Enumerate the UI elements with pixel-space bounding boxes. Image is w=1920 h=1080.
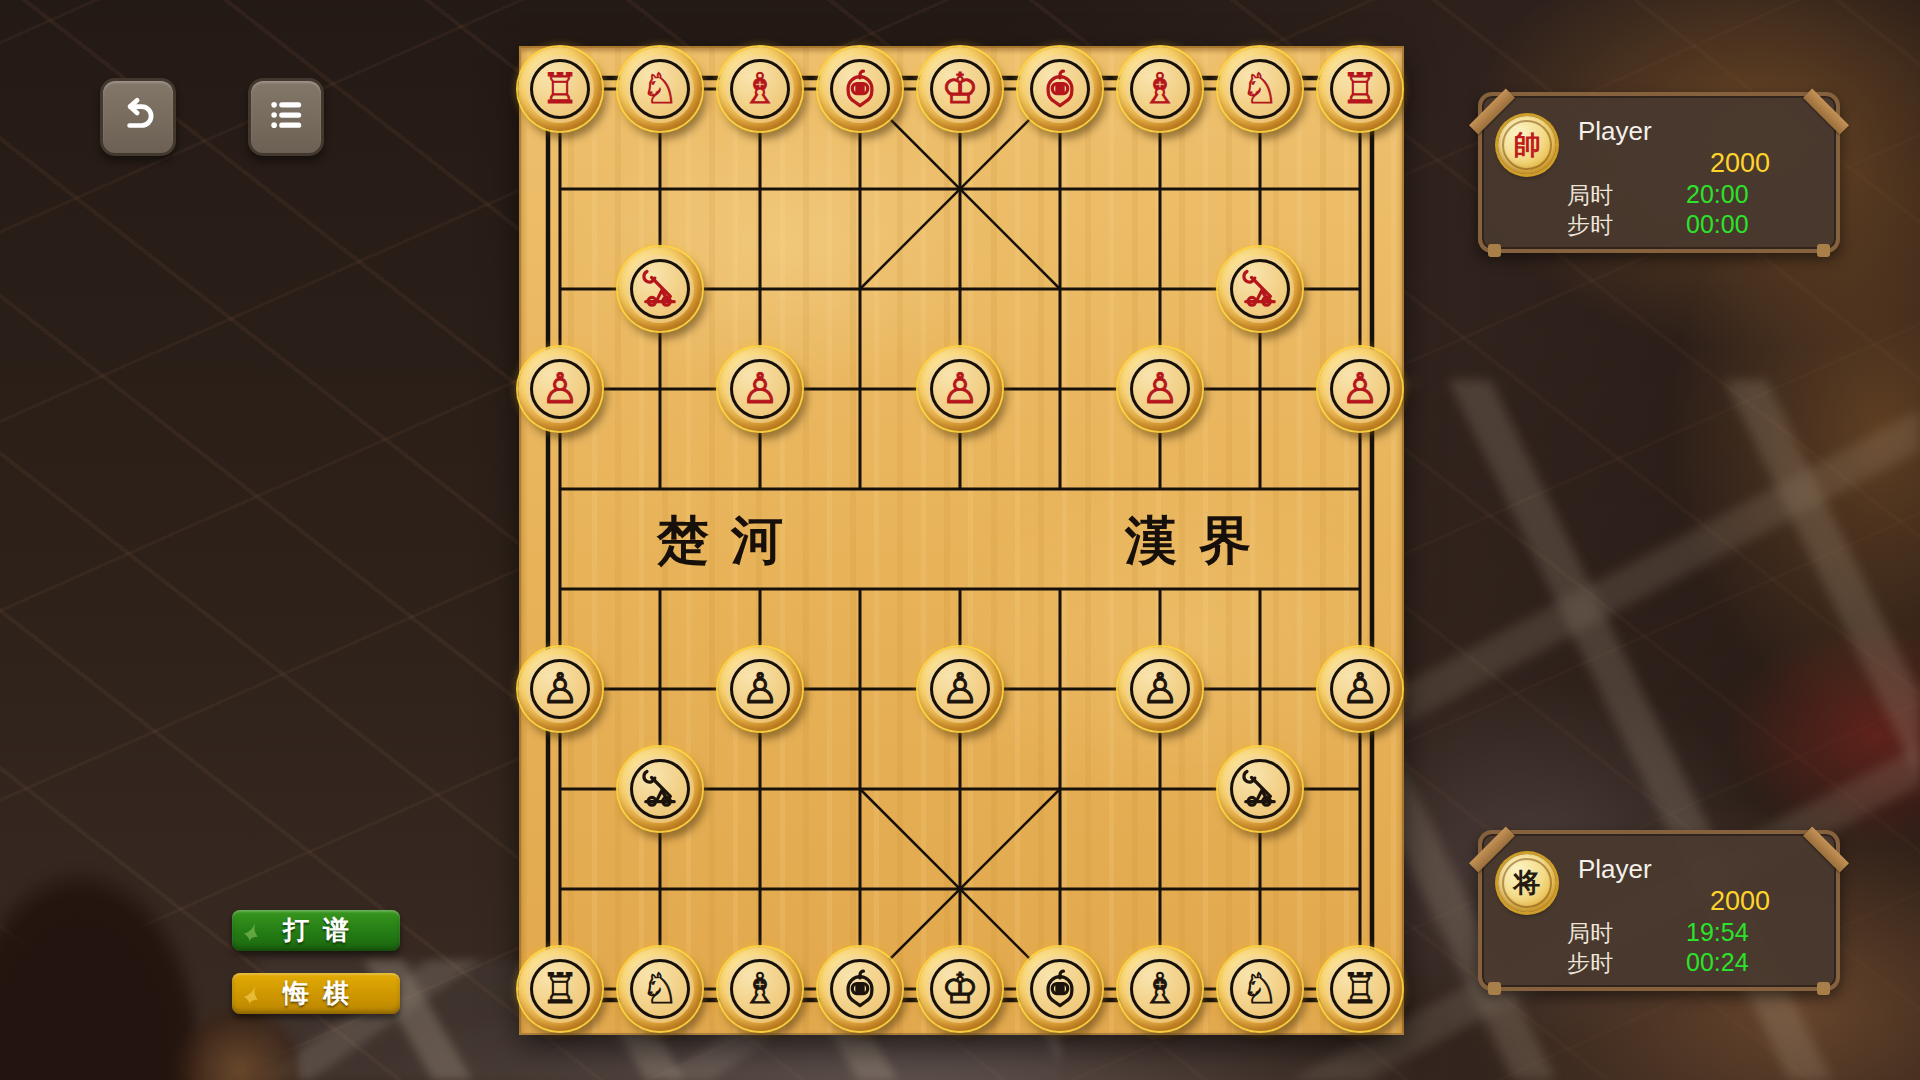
piece-black-soldier[interactable]: ♙ [518,647,602,731]
move-time-label: 步时 [1567,948,1613,979]
huiqi-button[interactable]: 悔棋 [232,973,400,1014]
piece-red-advisor[interactable] [818,47,902,131]
general-icon: ♔ [918,947,1002,1031]
piece-red-soldier[interactable]: ♙ [1318,347,1402,431]
cannon-icon [618,747,702,831]
player-rating: 2000 [1710,148,1770,179]
chariot-icon: ♖ [1318,947,1402,1031]
soldier-icon: ♙ [718,347,802,431]
piece-black-soldier[interactable]: ♙ [1118,647,1202,731]
xiangqi-game-screen: 楚河 漢界 ♖♘♗♔♗♘♖♙♙♙♙♙♙♙♙♙♙♖♘♗♔♗♘♖ 帥 Player … [0,0,1920,1080]
piece-red-horse[interactable]: ♘ [618,47,702,131]
game-time-value: 20:00 [1686,180,1749,209]
soldier-icon: ♙ [718,647,802,731]
back-button[interactable] [100,78,176,156]
panel-corner-nub [1488,244,1501,257]
move-time-value: 00:00 [1686,210,1749,239]
piece-black-advisor[interactable] [1018,947,1102,1031]
panel-corner-nub [1817,244,1830,257]
piece-black-cannon[interactable] [618,747,702,831]
piece-black-elephant[interactable]: ♗ [718,947,802,1031]
piece-black-horse[interactable]: ♘ [1218,947,1302,1031]
cannon-icon [1218,247,1302,331]
cannon-icon [1218,747,1302,831]
avatar-red-general: 帥 [1498,116,1556,174]
piece-red-advisor[interactable] [1018,47,1102,131]
player-panel-red: 帥 Player 2000 局时 20:00 步时 00:00 [1478,92,1840,253]
cannon-icon [618,247,702,331]
soldier-icon: ♙ [1118,647,1202,731]
soldier-icon: ♙ [918,647,1002,731]
piece-red-elephant[interactable]: ♗ [718,47,802,131]
river-label-left: 楚河 [657,506,805,576]
panel-corner-nub [1817,982,1830,995]
bamboo-leaf-icon [238,977,272,1011]
advisor-icon [1018,47,1102,131]
soldier-icon: ♙ [1318,647,1402,731]
player-rating: 2000 [1710,886,1770,917]
piece-red-elephant[interactable]: ♗ [1118,47,1202,131]
piece-red-horse[interactable]: ♘ [1218,47,1302,131]
chariot-icon: ♖ [518,947,602,1031]
piece-black-soldier[interactable]: ♙ [718,647,802,731]
river-label-right: 漢界 [1125,506,1273,576]
piece-red-chariot[interactable]: ♖ [518,47,602,131]
piece-black-soldier[interactable]: ♙ [918,647,1002,731]
piece-red-soldier[interactable]: ♙ [1118,347,1202,431]
piece-black-cannon[interactable] [1218,747,1302,831]
xiangqi-board[interactable]: 楚河 漢界 ♖♘♗♔♗♘♖♙♙♙♙♙♙♙♙♙♙♖♘♗♔♗♘♖ [519,46,1404,1035]
horse-icon: ♘ [1218,947,1302,1031]
advisor-icon [818,947,902,1031]
dapu-button[interactable]: 打谱 [232,910,400,951]
piece-red-cannon[interactable] [618,247,702,331]
advisor-icon [818,47,902,131]
game-time-value: 19:54 [1686,918,1749,947]
piece-red-soldier[interactable]: ♙ [718,347,802,431]
player-panel-black: 将 Player 2000 局时 19:54 步时 00:24 [1478,830,1840,991]
panel-corner-nub [1488,982,1501,995]
bamboo-leaf-icon [238,914,272,948]
game-time-label: 局时 [1567,180,1613,211]
chariot-icon: ♖ [1318,47,1402,131]
move-time-value: 00:24 [1686,948,1749,977]
piece-black-general[interactable]: ♔ [918,947,1002,1031]
piece-black-horse[interactable]: ♘ [618,947,702,1031]
elephant-icon: ♗ [718,947,802,1031]
piece-red-soldier[interactable]: ♙ [518,347,602,431]
piece-black-soldier[interactable]: ♙ [1318,647,1402,731]
elephant-icon: ♗ [1118,47,1202,131]
piece-black-elephant[interactable]: ♗ [1118,947,1202,1031]
player-name: Player [1578,116,1652,147]
piece-red-general[interactable]: ♔ [918,47,1002,131]
horse-icon: ♘ [1218,47,1302,131]
horse-icon: ♘ [618,947,702,1031]
piece-black-chariot[interactable]: ♖ [518,947,602,1031]
move-list-button[interactable] [248,78,324,156]
soldier-icon: ♙ [918,347,1002,431]
soldier-icon: ♙ [1118,347,1202,431]
elephant-icon: ♗ [1118,947,1202,1031]
piece-black-chariot[interactable]: ♖ [1318,947,1402,1031]
background-pawn-silhouette [0,860,300,1080]
list-icon [265,94,307,140]
avatar-black-general: 将 [1498,854,1556,912]
move-time-label: 步时 [1567,210,1613,241]
piece-red-cannon[interactable] [1218,247,1302,331]
soldier-icon: ♙ [518,647,602,731]
general-icon: ♔ [918,47,1002,131]
piece-black-advisor[interactable] [818,947,902,1031]
chariot-icon: ♖ [518,47,602,131]
huiqi-label: 悔棋 [269,976,363,1011]
undo-arrow-icon [117,94,159,140]
dapu-label: 打谱 [269,913,363,948]
horse-icon: ♘ [618,47,702,131]
elephant-icon: ♗ [718,47,802,131]
piece-red-chariot[interactable]: ♖ [1318,47,1402,131]
game-time-label: 局时 [1567,918,1613,949]
soldier-icon: ♙ [518,347,602,431]
advisor-icon [1018,947,1102,1031]
player-name: Player [1578,854,1652,885]
piece-red-soldier[interactable]: ♙ [918,347,1002,431]
soldier-icon: ♙ [1318,347,1402,431]
